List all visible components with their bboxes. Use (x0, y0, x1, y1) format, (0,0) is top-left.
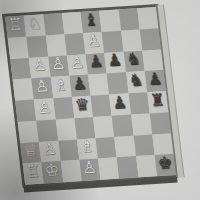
piece-white-bishop-d2: ♗ (79, 138, 95, 155)
piece-black-king-h1: ♚ (157, 154, 173, 171)
square-e1 (98, 158, 119, 180)
square-c2 (58, 139, 79, 161)
piece-white-rook-a1: ♖ (25, 163, 41, 180)
square-e2 (95, 137, 116, 159)
piece-black-pawn-f4: ♟ (112, 94, 128, 111)
square-b1: ♔ (41, 161, 62, 183)
square-f8 (99, 9, 120, 31)
piece-black-knight-g5: ♞ (128, 72, 144, 89)
piece-white-pawn-d6: ♙ (69, 54, 85, 71)
square-d4: ♛ (72, 96, 93, 118)
square-b8: ♘ (24, 14, 45, 36)
square-a1: ♖ (23, 162, 44, 184)
piece-white-queen-a2: ♕ (23, 142, 39, 159)
square-d1: ♙ (79, 159, 100, 181)
piece-white-pawn-b4: ♙ (36, 99, 52, 116)
square-b4: ♙ (34, 98, 55, 120)
chess-board: ♖♘♝♙♙♙♙♟♟♞♙♗♟♞♟♙♛♟♜♕♙♗♖♔♙♚ (2, 4, 179, 188)
square-g8 (118, 8, 139, 30)
square-e4 (90, 95, 111, 117)
piece-white-knight-b8: ♘ (26, 15, 42, 32)
square-f2 (114, 135, 135, 157)
square-c1 (60, 160, 81, 182)
square-e6: ♟ (85, 53, 106, 75)
piece-black-queen-d4: ♛ (74, 96, 90, 113)
square-d8 (62, 12, 83, 34)
photo-stage: ♖♘♝♙♙♙♙♟♟♞♙♗♟♞♟♙♛♟♜♕♙♗♖♔♙♚ (0, 0, 200, 200)
square-h7 (139, 28, 160, 50)
piece-white-king-b1: ♔ (44, 162, 60, 179)
square-f3 (112, 114, 133, 136)
square-a7 (8, 36, 29, 58)
square-a4 (15, 99, 36, 121)
piece-black-rook-h4: ♜ (149, 91, 165, 108)
piece-black-pawn-e6: ♟ (88, 53, 104, 70)
square-c4 (53, 97, 74, 119)
square-c5: ♗ (50, 76, 71, 98)
square-g1 (136, 155, 157, 177)
piece-black-pawn-f6: ♟ (107, 52, 123, 69)
square-g5: ♞ (126, 71, 147, 93)
square-h4: ♜ (147, 91, 168, 113)
piece-white-pawn-c6: ♙ (50, 56, 66, 73)
square-f6: ♟ (104, 51, 125, 73)
square-e3 (93, 116, 114, 138)
piece-white-rook-a8: ♖ (7, 16, 23, 33)
square-g3 (131, 113, 152, 135)
square-h3 (149, 112, 170, 134)
photo-canvas: { "game": "chess", "description": "grays… (0, 0, 200, 200)
square-f4: ♟ (109, 93, 130, 115)
square-h8 (137, 7, 158, 29)
piece-black-bishop-e8: ♝ (83, 11, 99, 28)
piece-white-pawn-b2: ♙ (41, 141, 57, 158)
square-a6 (10, 57, 31, 79)
piece-white-bishop-c5: ♗ (53, 77, 69, 94)
square-e5 (88, 74, 109, 96)
square-c3 (55, 118, 76, 140)
piece-black-pawn-d5: ♟ (71, 75, 87, 92)
piece-white-pawn-d1: ♙ (82, 159, 98, 176)
square-f1 (117, 156, 138, 178)
square-g2 (133, 134, 154, 156)
piece-white-pawn-b5: ♙ (34, 78, 50, 95)
square-g4 (128, 92, 149, 114)
square-a8: ♖ (5, 16, 26, 38)
square-c8 (43, 13, 64, 35)
piece-black-pawn-h5: ♟ (147, 70, 163, 87)
piece-white-pawn-b6: ♙ (31, 57, 47, 74)
square-h1: ♚ (154, 154, 175, 176)
piece-white-pawn-e7: ♙ (85, 32, 101, 49)
square-a5 (13, 78, 34, 100)
piece-black-knight-g6: ♞ (125, 51, 141, 68)
